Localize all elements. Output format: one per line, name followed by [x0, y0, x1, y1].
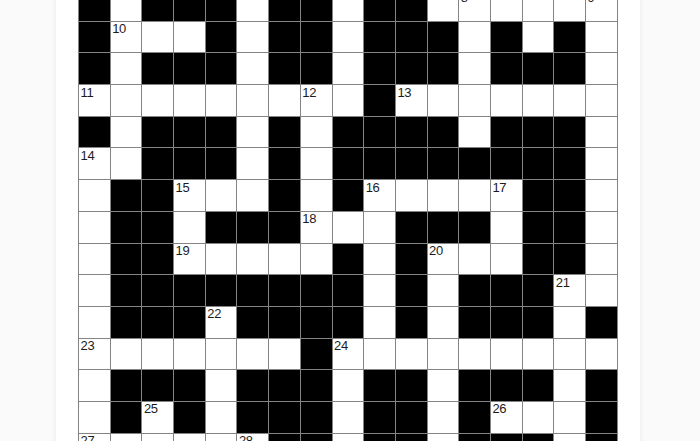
- crossword-black-cell: [269, 402, 300, 433]
- crossword-cell[interactable]: [459, 339, 490, 370]
- crossword-black-cell: [554, 22, 585, 53]
- crossword-cell[interactable]: [79, 402, 110, 433]
- crossword-cell[interactable]: [79, 275, 110, 306]
- crossword-cell[interactable]: [206, 339, 237, 370]
- crossword-cell[interactable]: [523, 22, 554, 53]
- crossword-cell[interactable]: [142, 22, 173, 53]
- crossword-black-cell: [111, 307, 142, 338]
- crossword-cell[interactable]: 17: [491, 180, 522, 211]
- crossword-cell[interactable]: [333, 53, 364, 84]
- crossword-black-cell: [428, 212, 459, 243]
- crossword-cell[interactable]: [333, 370, 364, 401]
- crossword-black-cell: [174, 117, 205, 148]
- crossword-black-cell: [174, 0, 205, 21]
- crossword-cell[interactable]: [333, 85, 364, 116]
- crossword-cell[interactable]: [237, 0, 268, 21]
- crossword-black-cell: [333, 117, 364, 148]
- crossword-cell[interactable]: [491, 339, 522, 370]
- crossword-black-cell: [428, 22, 459, 53]
- clue-number: 25: [144, 402, 158, 415]
- crossword-cell[interactable]: [79, 307, 110, 338]
- crossword-cell[interactable]: [206, 370, 237, 401]
- crossword-cell[interactable]: [79, 244, 110, 275]
- crossword-black-cell: [364, 434, 395, 441]
- crossword-cell[interactable]: [79, 180, 110, 211]
- crossword-cell[interactable]: [586, 22, 617, 53]
- crossword-cell[interactable]: [237, 117, 268, 148]
- crossword-cell[interactable]: [396, 339, 427, 370]
- crossword-cell[interactable]: [523, 85, 554, 116]
- crossword-black-cell: [174, 370, 205, 401]
- clue-number: 9: [588, 0, 595, 4]
- crossword-black-cell: [554, 117, 585, 148]
- crossword-black-cell: [491, 117, 522, 148]
- crossword-cell[interactable]: [301, 117, 332, 148]
- crossword-black-cell: [523, 148, 554, 179]
- crossword-cell[interactable]: [586, 85, 617, 116]
- clue-number: 20: [429, 244, 443, 257]
- crossword-black-cell: [174, 53, 205, 84]
- crossword-black-cell: [396, 148, 427, 179]
- crossword-cell[interactable]: 23: [79, 339, 110, 370]
- crossword-cell[interactable]: [111, 434, 142, 441]
- crossword-cell[interactable]: [586, 275, 617, 306]
- crossword-cell[interactable]: [301, 180, 332, 211]
- crossword-cell[interactable]: [333, 0, 364, 21]
- crossword-black-cell: [142, 117, 173, 148]
- crossword-black-cell: [396, 53, 427, 84]
- crossword-black-cell: [142, 148, 173, 179]
- crossword-black-cell: [142, 307, 173, 338]
- crossword-black-cell: [491, 53, 522, 84]
- crossword-black-cell: [174, 402, 205, 433]
- crossword-cell[interactable]: [142, 339, 173, 370]
- crossword-black-cell: [237, 307, 268, 338]
- crossword-cell[interactable]: [333, 22, 364, 53]
- clue-number: 26: [492, 402, 506, 415]
- crossword-cell[interactable]: [554, 434, 585, 441]
- crossword-cell[interactable]: [586, 148, 617, 179]
- crossword-black-cell: [79, 22, 110, 53]
- crossword-cell[interactable]: [333, 402, 364, 433]
- crossword-black-cell: [79, 53, 110, 84]
- crossword-cell[interactable]: [428, 85, 459, 116]
- crossword-black-cell: [364, 148, 395, 179]
- crossword-cell[interactable]: 18: [301, 212, 332, 243]
- crossword-black-cell: [206, 53, 237, 84]
- crossword-black-cell: [237, 275, 268, 306]
- crossword-cell[interactable]: [206, 434, 237, 441]
- crossword-cell[interactable]: [586, 117, 617, 148]
- crossword-cell[interactable]: 8: [459, 0, 490, 21]
- crossword-black-cell: [206, 148, 237, 179]
- crossword-cell[interactable]: [491, 244, 522, 275]
- crossword-black-cell: [142, 370, 173, 401]
- crossword-cell[interactable]: [586, 53, 617, 84]
- crossword-black-cell: [459, 402, 490, 433]
- crossword-cell[interactable]: [111, 339, 142, 370]
- crossword-black-cell: [301, 339, 332, 370]
- crossword-black-cell: [111, 275, 142, 306]
- clue-number: 10: [112, 22, 126, 35]
- crossword-black-cell: [237, 370, 268, 401]
- crossword-cell[interactable]: [301, 148, 332, 179]
- crossword-cell[interactable]: [491, 212, 522, 243]
- crossword-black-cell: [301, 53, 332, 84]
- crossword-black-cell: [237, 212, 268, 243]
- crossword-cell[interactable]: 14: [79, 148, 110, 179]
- crossword-cell[interactable]: [459, 117, 490, 148]
- crossword-cell[interactable]: [459, 244, 490, 275]
- crossword-cell[interactable]: [237, 148, 268, 179]
- crossword-cell[interactable]: [364, 307, 395, 338]
- crossword-cell[interactable]: [174, 22, 205, 53]
- crossword-black-cell: [333, 148, 364, 179]
- crossword-black-cell: [586, 307, 617, 338]
- crossword-cell[interactable]: [206, 85, 237, 116]
- crossword-black-cell: [523, 244, 554, 275]
- crossword-cell[interactable]: 26: [491, 402, 522, 433]
- clue-number: 19: [176, 244, 190, 257]
- crossword-black-cell: [459, 275, 490, 306]
- crossword-black-cell: [491, 307, 522, 338]
- crossword-black-cell: [586, 370, 617, 401]
- crossword-black-cell: [206, 117, 237, 148]
- crossword-cell[interactable]: [237, 180, 268, 211]
- crossword-black-cell: [396, 212, 427, 243]
- crossword-black-cell: [523, 307, 554, 338]
- crossword-black-cell: [459, 212, 490, 243]
- crossword-cell[interactable]: [237, 339, 268, 370]
- crossword-cell[interactable]: [237, 244, 268, 275]
- crossword-black-cell: [269, 307, 300, 338]
- crossword-black-cell: [142, 275, 173, 306]
- crossword-black-cell: [269, 53, 300, 84]
- crossword-black-cell: [396, 117, 427, 148]
- crossword-cell[interactable]: [237, 85, 268, 116]
- crossword-cell[interactable]: [206, 180, 237, 211]
- crossword-cell[interactable]: [459, 180, 490, 211]
- crossword-cell[interactable]: 27: [79, 434, 110, 441]
- crossword-cell[interactable]: [269, 244, 300, 275]
- crossword-black-cell: [396, 0, 427, 21]
- crossword-black-cell: [428, 117, 459, 148]
- crossword-black-cell: [396, 22, 427, 53]
- crossword-cell[interactable]: [523, 0, 554, 21]
- crossword-cell[interactable]: [301, 244, 332, 275]
- crossword-black-cell: [554, 53, 585, 84]
- crossword-black-cell: [554, 244, 585, 275]
- crossword-cell[interactable]: [111, 53, 142, 84]
- crossword-cell[interactable]: [111, 0, 142, 21]
- crossword-black-cell: [301, 434, 332, 441]
- crossword-black-cell: [523, 117, 554, 148]
- crossword-black-cell: [396, 307, 427, 338]
- clue-number: 23: [81, 339, 95, 352]
- crossword-black-cell: [396, 244, 427, 275]
- crossword-cell[interactable]: [428, 339, 459, 370]
- crossword-grid: 8910111213141516171819202122232425262728: [78, 0, 618, 441]
- crossword-black-cell: [174, 275, 205, 306]
- crossword-black-cell: [364, 402, 395, 433]
- crossword-cell[interactable]: 13: [396, 85, 427, 116]
- crossword-black-cell: [459, 148, 490, 179]
- crossword-cell[interactable]: [586, 180, 617, 211]
- crossword-black-cell: [554, 212, 585, 243]
- crossword-black-cell: [111, 402, 142, 433]
- clue-number: 16: [366, 181, 380, 194]
- crossword-black-cell: [333, 275, 364, 306]
- crossword-cell[interactable]: [586, 244, 617, 275]
- crossword-black-cell: [523, 275, 554, 306]
- crossword-black-cell: [269, 434, 300, 441]
- crossword-black-cell: [269, 117, 300, 148]
- crossword-black-cell: [111, 244, 142, 275]
- crossword-black-cell: [523, 370, 554, 401]
- crossword-black-cell: [206, 212, 237, 243]
- crossword-cell[interactable]: 25: [142, 402, 173, 433]
- crossword-cell[interactable]: [428, 0, 459, 21]
- crossword-black-cell: [301, 22, 332, 53]
- crossword-black-cell: [396, 402, 427, 433]
- crossword-cell[interactable]: [174, 339, 205, 370]
- crossword-black-cell: [206, 0, 237, 21]
- crossword-black-cell: [459, 370, 490, 401]
- crossword-black-cell: [237, 402, 268, 433]
- crossword-black-cell: [174, 148, 205, 179]
- crossword-cell[interactable]: [428, 307, 459, 338]
- crossword-black-cell: [554, 180, 585, 211]
- crossword-black-cell: [586, 402, 617, 433]
- crossword-cell[interactable]: [333, 212, 364, 243]
- crossword-black-cell: [586, 434, 617, 441]
- crossword-black-cell: [396, 275, 427, 306]
- crossword-cell[interactable]: [491, 0, 522, 21]
- clue-number: 17: [492, 181, 506, 194]
- crossword-cell[interactable]: 11: [79, 85, 110, 116]
- crossword-black-cell: [364, 85, 395, 116]
- crossword-black-cell: [491, 22, 522, 53]
- crossword-cell[interactable]: [142, 434, 173, 441]
- crossword-cell[interactable]: 24: [333, 339, 364, 370]
- crossword-cell[interactable]: [79, 370, 110, 401]
- crossword-black-cell: [111, 370, 142, 401]
- crossword-cell[interactable]: [428, 180, 459, 211]
- crossword-black-cell: [364, 0, 395, 21]
- crossword-cell[interactable]: [428, 402, 459, 433]
- crossword-cell[interactable]: [174, 212, 205, 243]
- crossword-black-cell: [428, 148, 459, 179]
- crossword-cell[interactable]: 21: [554, 275, 585, 306]
- crossword-black-cell: [206, 22, 237, 53]
- crossword-cell[interactable]: [206, 402, 237, 433]
- crossword-cell[interactable]: [364, 339, 395, 370]
- crossword-cell[interactable]: [428, 434, 459, 441]
- crossword-cell[interactable]: [333, 434, 364, 441]
- clue-number: 15: [176, 181, 190, 194]
- crossword-cell[interactable]: [459, 22, 490, 53]
- crossword-cell[interactable]: [237, 22, 268, 53]
- crossword-black-cell: [301, 0, 332, 21]
- clue-number: 22: [207, 307, 221, 320]
- clue-number: 14: [81, 149, 95, 162]
- crossword-black-cell: [459, 434, 490, 441]
- crossword-black-cell: [301, 307, 332, 338]
- crossword-cell[interactable]: [428, 275, 459, 306]
- crossword-black-cell: [364, 53, 395, 84]
- crossword-cell[interactable]: [269, 339, 300, 370]
- crossword-black-cell: [364, 370, 395, 401]
- crossword-cell[interactable]: [206, 244, 237, 275]
- crossword-black-cell: [269, 275, 300, 306]
- crossword-black-cell: [396, 434, 427, 441]
- crossword-cell[interactable]: [554, 0, 585, 21]
- crossword-black-cell: [364, 117, 395, 148]
- crossword-cell[interactable]: [396, 180, 427, 211]
- crossword-black-cell: [459, 307, 490, 338]
- crossword-black-cell: [269, 212, 300, 243]
- crossword-cell[interactable]: [111, 85, 142, 116]
- clue-number: 18: [302, 212, 316, 225]
- crossword-black-cell: [428, 53, 459, 84]
- crossword-black-cell: [79, 0, 110, 21]
- crossword-black-cell: [142, 212, 173, 243]
- crossword-black-cell: [333, 307, 364, 338]
- crossword-cell[interactable]: [269, 85, 300, 116]
- crossword-black-cell: [523, 180, 554, 211]
- crossword-black-cell: [111, 180, 142, 211]
- crossword-cell[interactable]: 12: [301, 85, 332, 116]
- crossword-black-cell: [301, 275, 332, 306]
- crossword-cell[interactable]: [111, 148, 142, 179]
- crossword-cell[interactable]: [142, 85, 173, 116]
- crossword-cell[interactable]: [523, 339, 554, 370]
- clue-number: 12: [302, 86, 316, 99]
- crossword-black-cell: [491, 434, 522, 441]
- crossword-black-cell: [301, 402, 332, 433]
- crossword-cell[interactable]: 28: [237, 434, 268, 441]
- crossword-black-cell: [206, 275, 237, 306]
- crossword-cell[interactable]: [523, 402, 554, 433]
- crossword-black-cell: [364, 22, 395, 53]
- crossword-cell[interactable]: [554, 402, 585, 433]
- clue-number: 28: [239, 434, 253, 441]
- crossword-black-cell: [142, 53, 173, 84]
- crossword-cell[interactable]: [364, 212, 395, 243]
- crossword-cell[interactable]: 9: [586, 0, 617, 21]
- crossword-cell[interactable]: [554, 370, 585, 401]
- crossword-cell[interactable]: [586, 212, 617, 243]
- crossword-black-cell: [333, 180, 364, 211]
- crossword-black-cell: [523, 212, 554, 243]
- crossword-black-cell: [269, 370, 300, 401]
- crossword-cell[interactable]: [79, 212, 110, 243]
- clue-number: 27: [81, 434, 95, 441]
- crossword-black-cell: [174, 307, 205, 338]
- crossword-black-cell: [491, 148, 522, 179]
- crossword-cell[interactable]: 20: [428, 244, 459, 275]
- clue-number: 13: [397, 86, 411, 99]
- crossword-cell[interactable]: [174, 85, 205, 116]
- crossword-black-cell: [491, 275, 522, 306]
- crossword-black-cell: [523, 434, 554, 441]
- crossword-black-cell: [554, 148, 585, 179]
- crossword-cell[interactable]: [364, 275, 395, 306]
- crossword-cell[interactable]: 16: [364, 180, 395, 211]
- crossword-cell[interactable]: [364, 244, 395, 275]
- crossword-cell[interactable]: [111, 117, 142, 148]
- crossword-black-cell: [79, 117, 110, 148]
- crossword-black-cell: [269, 180, 300, 211]
- crossword-cell[interactable]: [554, 339, 585, 370]
- crossword-black-cell: [269, 22, 300, 53]
- crossword-cell[interactable]: [428, 370, 459, 401]
- crossword-cell[interactable]: [459, 53, 490, 84]
- page: { "game": "crossword", "board": { "cols"…: [0, 0, 700, 441]
- crossword-cell[interactable]: [237, 53, 268, 84]
- crossword-black-cell: [301, 370, 332, 401]
- crossword-black-cell: [396, 370, 427, 401]
- crossword-black-cell: [523, 53, 554, 84]
- crossword-black-cell: [142, 244, 173, 275]
- crossword-cell[interactable]: 10: [111, 22, 142, 53]
- clue-number: 21: [556, 276, 570, 289]
- crossword-black-cell: [269, 0, 300, 21]
- crossword-black-cell: [333, 244, 364, 275]
- crossword-black-cell: [142, 0, 173, 21]
- crossword-cell[interactable]: 22: [206, 307, 237, 338]
- crossword-cell[interactable]: [174, 434, 205, 441]
- clue-number: 11: [81, 86, 94, 99]
- crossword-cell[interactable]: [554, 307, 585, 338]
- crossword-black-cell: [269, 148, 300, 179]
- crossword-cell[interactable]: [586, 339, 617, 370]
- crossword-cell[interactable]: [491, 85, 522, 116]
- crossword-cell[interactable]: 19: [174, 244, 205, 275]
- crossword-black-cell: [142, 180, 173, 211]
- crossword-cell[interactable]: 15: [174, 180, 205, 211]
- clue-number: 24: [334, 339, 348, 352]
- crossword-cell[interactable]: [554, 85, 585, 116]
- crossword-black-cell: [491, 370, 522, 401]
- clue-number: 8: [461, 0, 468, 4]
- crossword-cell[interactable]: [459, 85, 490, 116]
- crossword-black-cell: [111, 212, 142, 243]
